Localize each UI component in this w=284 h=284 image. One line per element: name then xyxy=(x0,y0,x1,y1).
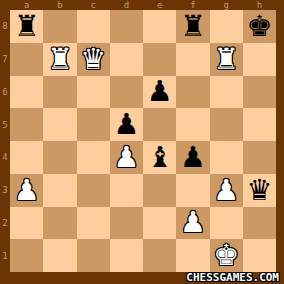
square-h2[interactable] xyxy=(243,207,276,240)
square-b2[interactable] xyxy=(43,207,76,240)
square-a3[interactable]: ♟ xyxy=(10,174,43,207)
piece-black-pawn[interactable]: ♟ xyxy=(176,141,209,174)
square-e7[interactable] xyxy=(143,43,176,76)
square-a7[interactable] xyxy=(10,43,43,76)
square-e2[interactable] xyxy=(143,207,176,240)
square-a6[interactable] xyxy=(10,76,43,109)
square-c6[interactable] xyxy=(77,76,110,109)
square-h5[interactable] xyxy=(243,108,276,141)
square-a8[interactable]: ♜ xyxy=(10,10,43,43)
square-f4[interactable]: ♟ xyxy=(176,141,209,174)
square-c2[interactable] xyxy=(77,207,110,240)
square-b7[interactable]: ♜ xyxy=(43,43,76,76)
rank-label-1: 1 xyxy=(0,239,10,272)
square-g8[interactable] xyxy=(210,10,243,43)
piece-black-rook[interactable]: ♜ xyxy=(176,10,209,43)
square-f8[interactable]: ♜ xyxy=(176,10,209,43)
square-c5[interactable] xyxy=(77,108,110,141)
square-d5[interactable]: ♟ xyxy=(110,108,143,141)
piece-black-bishop[interactable]: ♝ xyxy=(143,141,176,174)
piece-white-pawn[interactable]: ♟ xyxy=(10,174,43,207)
square-e3[interactable] xyxy=(143,174,176,207)
square-c1[interactable] xyxy=(77,239,110,272)
square-a2[interactable] xyxy=(10,207,43,240)
piece-black-rook[interactable]: ♜ xyxy=(10,10,43,43)
piece-white-pawn[interactable]: ♟ xyxy=(176,207,209,240)
square-c7[interactable]: ♛ xyxy=(77,43,110,76)
square-e1[interactable] xyxy=(143,239,176,272)
rank-label-3: 3 xyxy=(0,174,10,207)
square-h1[interactable] xyxy=(243,239,276,272)
square-d8[interactable] xyxy=(110,10,143,43)
square-f5[interactable] xyxy=(176,108,209,141)
square-a4[interactable] xyxy=(10,141,43,174)
square-g2[interactable] xyxy=(210,207,243,240)
square-f6[interactable] xyxy=(176,76,209,109)
square-b4[interactable] xyxy=(43,141,76,174)
square-c3[interactable] xyxy=(77,174,110,207)
square-b5[interactable] xyxy=(43,108,76,141)
square-e6[interactable]: ♟ xyxy=(143,76,176,109)
rank-label-8: 8 xyxy=(0,10,10,43)
piece-black-queen[interactable]: ♛ xyxy=(243,174,276,207)
rank-label-7: 7 xyxy=(0,43,10,76)
square-f2[interactable]: ♟ xyxy=(176,207,209,240)
square-h6[interactable] xyxy=(243,76,276,109)
square-b8[interactable] xyxy=(43,10,76,43)
chessgames-watermark: CHESSGAMES.COM xyxy=(186,272,279,284)
square-b1[interactable] xyxy=(43,239,76,272)
square-g7[interactable]: ♜ xyxy=(210,43,243,76)
rank-label-6: 6 xyxy=(0,76,10,109)
file-label-e: e xyxy=(143,0,176,10)
piece-black-king[interactable]: ♚ xyxy=(243,10,276,43)
file-label-c: c xyxy=(77,0,110,10)
square-d4[interactable]: ♟ xyxy=(110,141,143,174)
rank-label-5: 5 xyxy=(0,108,10,141)
square-h4[interactable] xyxy=(243,141,276,174)
chess-board-frame: abcdefgh 87654321 ♜♜♚♜♛♜♟♟♟♝♟♟♟♛♟♚ CHESS… xyxy=(0,0,284,284)
piece-white-pawn[interactable]: ♟ xyxy=(210,174,243,207)
chess-board: ♜♜♚♜♛♜♟♟♟♝♟♟♟♛♟♚ xyxy=(10,10,276,272)
square-d2[interactable] xyxy=(110,207,143,240)
square-e8[interactable] xyxy=(143,10,176,43)
square-d1[interactable] xyxy=(110,239,143,272)
piece-white-rook[interactable]: ♜ xyxy=(210,43,243,76)
square-h7[interactable] xyxy=(243,43,276,76)
file-label-b: b xyxy=(43,0,76,10)
square-g4[interactable] xyxy=(210,141,243,174)
square-h3[interactable]: ♛ xyxy=(243,174,276,207)
square-a5[interactable] xyxy=(10,108,43,141)
square-d6[interactable] xyxy=(110,76,143,109)
square-d3[interactable] xyxy=(110,174,143,207)
piece-white-queen[interactable]: ♛ xyxy=(77,43,110,76)
file-label-g: g xyxy=(210,0,243,10)
piece-white-king[interactable]: ♚ xyxy=(210,239,243,272)
file-label-d: d xyxy=(110,0,143,10)
square-c8[interactable] xyxy=(77,10,110,43)
square-c4[interactable] xyxy=(77,141,110,174)
rank-label-2: 2 xyxy=(0,207,10,240)
square-a1[interactable] xyxy=(10,239,43,272)
square-f3[interactable] xyxy=(176,174,209,207)
square-e4[interactable]: ♝ xyxy=(143,141,176,174)
square-f7[interactable] xyxy=(176,43,209,76)
square-g1[interactable]: ♚ xyxy=(210,239,243,272)
square-b3[interactable] xyxy=(43,174,76,207)
square-f1[interactable] xyxy=(176,239,209,272)
square-d7[interactable] xyxy=(110,43,143,76)
square-g5[interactable] xyxy=(210,108,243,141)
square-h8[interactable]: ♚ xyxy=(243,10,276,43)
square-g6[interactable] xyxy=(210,76,243,109)
square-e5[interactable] xyxy=(143,108,176,141)
square-b6[interactable] xyxy=(43,76,76,109)
piece-white-pawn[interactable]: ♟ xyxy=(110,141,143,174)
piece-black-pawn[interactable]: ♟ xyxy=(143,76,176,109)
rank-label-4: 4 xyxy=(0,141,10,174)
square-g3[interactable]: ♟ xyxy=(210,174,243,207)
piece-white-rook[interactable]: ♜ xyxy=(43,43,76,76)
piece-black-pawn[interactable]: ♟ xyxy=(110,108,143,141)
